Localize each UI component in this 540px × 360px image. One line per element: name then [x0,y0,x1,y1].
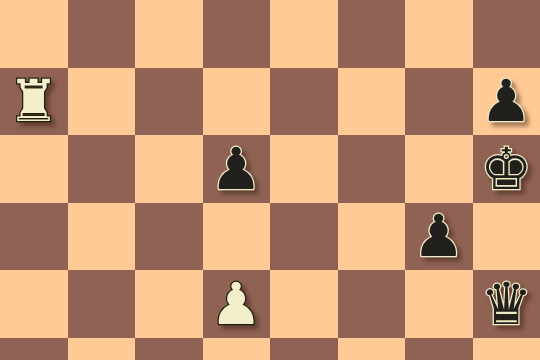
square-f3[interactable] [338,338,406,360]
square-c7[interactable] [135,68,203,136]
square-g3[interactable] [405,338,473,360]
square-h3[interactable] [473,338,540,360]
square-d3[interactable] [203,338,271,360]
square-g4[interactable] [405,270,473,338]
square-e5[interactable] [270,203,338,271]
square-f8[interactable] [338,0,406,68]
black-pawn[interactable]: ♟ [413,207,465,265]
white-rook[interactable]: ♜ [8,72,60,130]
square-e3[interactable] [270,338,338,360]
square-b7[interactable] [68,68,136,136]
square-c3[interactable] [135,338,203,360]
square-a4[interactable] [0,270,68,338]
square-h8[interactable] [473,0,540,68]
square-f7[interactable] [338,68,406,136]
square-b8[interactable] [68,0,136,68]
square-h6[interactable]: ♚ [473,135,540,203]
square-h4[interactable]: ♛ [473,270,540,338]
white-pawn[interactable]: ♟ [210,275,262,333]
square-b4[interactable] [68,270,136,338]
square-c4[interactable] [135,270,203,338]
square-d4[interactable]: ♟ [203,270,271,338]
square-a5[interactable] [0,203,68,271]
square-g7[interactable] [405,68,473,136]
square-b5[interactable] [68,203,136,271]
square-e4[interactable] [270,270,338,338]
square-a8[interactable] [0,0,68,68]
square-b6[interactable] [68,135,136,203]
square-g6[interactable] [405,135,473,203]
square-d7[interactable] [203,68,271,136]
chess-board-screenshot: ♜♟♟♚♟♟♛ [0,0,540,360]
square-f5[interactable] [338,203,406,271]
square-d5[interactable] [203,203,271,271]
square-c5[interactable] [135,203,203,271]
black-pawn[interactable]: ♟ [480,72,532,130]
chess-board: ♜♟♟♚♟♟♛ [0,0,540,360]
square-a7[interactable]: ♜ [0,68,68,136]
square-a3[interactable] [0,338,68,360]
square-b3[interactable] [68,338,136,360]
square-f6[interactable] [338,135,406,203]
square-e8[interactable] [270,0,338,68]
square-d6[interactable]: ♟ [203,135,271,203]
square-a6[interactable] [0,135,68,203]
square-g5[interactable]: ♟ [405,203,473,271]
square-e6[interactable] [270,135,338,203]
square-f4[interactable] [338,270,406,338]
square-h5[interactable] [473,203,540,271]
square-g8[interactable] [405,0,473,68]
square-c8[interactable] [135,0,203,68]
square-c6[interactable] [135,135,203,203]
square-h7[interactable]: ♟ [473,68,540,136]
square-e7[interactable] [270,68,338,136]
black-pawn[interactable]: ♟ [210,140,262,198]
square-d8[interactable] [203,0,271,68]
black-king[interactable]: ♚ [480,140,532,198]
black-queen[interactable]: ♛ [480,275,532,333]
